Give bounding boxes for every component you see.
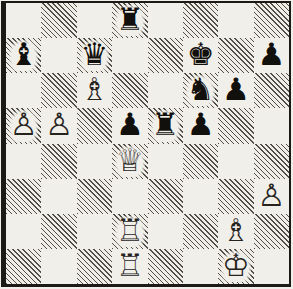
square-e4 — [148, 144, 183, 179]
square-c4 — [77, 144, 112, 179]
square-h3: ♙ — [254, 179, 289, 214]
square-a6 — [6, 73, 41, 108]
square-d2: ♖ — [112, 214, 147, 249]
piece-black-d5: ♟ — [116, 109, 144, 140]
square-f5: ♟ — [183, 108, 218, 143]
piece-black-h7: ♟ — [257, 39, 285, 70]
square-a1 — [6, 249, 41, 284]
piece-black-f6: ♞ — [187, 74, 215, 105]
piece-white-d2: ♖ — [116, 215, 144, 246]
piece-black-d8: ♜ — [116, 4, 144, 35]
square-d6 — [112, 73, 147, 108]
scanned-diagram-page: ♜♝♛♚♟♗♞♟♙♙♟♜♟♕♙♖♗♖♔ — [0, 0, 293, 289]
chessboard: ♜♝♛♚♟♗♞♟♙♙♟♜♟♕♙♖♗♖♔ — [6, 3, 289, 284]
square-d7 — [112, 38, 147, 73]
square-d3 — [112, 179, 147, 214]
square-c5 — [77, 108, 112, 143]
square-b1 — [41, 249, 76, 284]
piece-black-e5: ♜ — [151, 109, 179, 140]
square-d5: ♟ — [112, 108, 147, 143]
piece-white-c6: ♗ — [81, 74, 109, 105]
square-h4 — [254, 144, 289, 179]
square-c6: ♗ — [77, 73, 112, 108]
square-c8 — [77, 3, 112, 38]
square-a5: ♙ — [6, 108, 41, 143]
square-f6: ♞ — [183, 73, 218, 108]
piece-white-g1: ♔ — [222, 250, 250, 281]
square-a3 — [6, 179, 41, 214]
square-g7 — [218, 38, 253, 73]
square-e1 — [148, 249, 183, 284]
board-frame: ♜♝♛♚♟♗♞♟♙♙♟♜♟♕♙♖♗♖♔ — [1, 1, 291, 287]
square-b4 — [41, 144, 76, 179]
square-c7: ♛ — [77, 38, 112, 73]
square-a8 — [6, 3, 41, 38]
piece-white-b5: ♙ — [45, 109, 73, 140]
square-f3 — [183, 179, 218, 214]
square-d1: ♖ — [112, 249, 147, 284]
square-g4 — [218, 144, 253, 179]
square-b2 — [41, 214, 76, 249]
piece-white-d1: ♖ — [116, 250, 144, 281]
square-b8 — [41, 3, 76, 38]
square-f2 — [183, 214, 218, 249]
square-b6 — [41, 73, 76, 108]
square-e7 — [148, 38, 183, 73]
piece-white-g2: ♗ — [222, 215, 250, 246]
square-g1: ♔ — [218, 249, 253, 284]
square-d8: ♜ — [112, 3, 147, 38]
square-g2: ♗ — [218, 214, 253, 249]
square-g5 — [218, 108, 253, 143]
square-f7: ♚ — [183, 38, 218, 73]
square-h1 — [254, 249, 289, 284]
piece-white-d4: ♕ — [116, 145, 144, 176]
square-a4 — [6, 144, 41, 179]
piece-black-g6: ♟ — [222, 74, 250, 105]
square-b5: ♙ — [41, 108, 76, 143]
square-g8 — [218, 3, 253, 38]
piece-black-f5: ♟ — [187, 109, 215, 140]
square-h8 — [254, 3, 289, 38]
square-c2 — [77, 214, 112, 249]
piece-black-a7: ♝ — [10, 39, 38, 70]
piece-black-f7: ♚ — [187, 39, 215, 70]
piece-white-a5: ♙ — [10, 109, 38, 140]
square-g3 — [218, 179, 253, 214]
square-a7: ♝ — [6, 38, 41, 73]
square-c3 — [77, 179, 112, 214]
square-f1 — [183, 249, 218, 284]
square-e3 — [148, 179, 183, 214]
square-c1 — [77, 249, 112, 284]
square-d4: ♕ — [112, 144, 147, 179]
square-f8 — [183, 3, 218, 38]
square-b7 — [41, 38, 76, 73]
square-f4 — [183, 144, 218, 179]
square-e8 — [148, 3, 183, 38]
square-b3 — [41, 179, 76, 214]
square-e2 — [148, 214, 183, 249]
square-h7: ♟ — [254, 38, 289, 73]
square-g6: ♟ — [218, 73, 253, 108]
piece-black-c7: ♛ — [81, 39, 109, 70]
square-e6 — [148, 73, 183, 108]
piece-white-h3: ♙ — [257, 180, 285, 211]
square-h2 — [254, 214, 289, 249]
square-h6 — [254, 73, 289, 108]
square-e5: ♜ — [148, 108, 183, 143]
square-a2 — [6, 214, 41, 249]
square-h5 — [254, 108, 289, 143]
